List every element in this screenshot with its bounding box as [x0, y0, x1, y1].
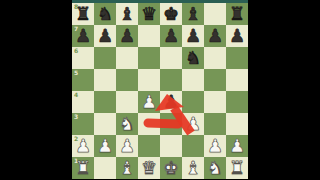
square-a6[interactable]: 6: [72, 47, 94, 69]
white-rook[interactable]: ♜: [72, 157, 94, 179]
square-b3[interactable]: [94, 113, 116, 135]
black-bishop[interactable]: ♝: [182, 3, 204, 25]
white-pawn[interactable]: ♟: [226, 135, 248, 157]
white-pawn[interactable]: ♟: [94, 135, 116, 157]
black-queen[interactable]: ♛: [138, 3, 160, 25]
white-queen[interactable]: ♛: [138, 157, 160, 179]
square-f4[interactable]: [182, 91, 204, 113]
square-h1[interactable]: ♜: [226, 157, 248, 179]
square-c2[interactable]: ♟: [116, 135, 138, 157]
square-e1[interactable]: ♚: [160, 157, 182, 179]
square-e7[interactable]: ♟: [160, 25, 182, 47]
square-a3[interactable]: 3: [72, 113, 94, 135]
square-h3[interactable]: [226, 113, 248, 135]
white-knight[interactable]: ♞: [116, 113, 138, 135]
square-h2[interactable]: ♟: [226, 135, 248, 157]
square-e6[interactable]: [160, 47, 182, 69]
square-h6[interactable]: [226, 47, 248, 69]
square-b5[interactable]: [94, 69, 116, 91]
white-bishop[interactable]: ♝: [182, 157, 204, 179]
black-pawn[interactable]: ♟: [204, 25, 226, 47]
square-g7[interactable]: ♟: [204, 25, 226, 47]
square-h4[interactable]: [226, 91, 248, 113]
white-knight[interactable]: ♞: [204, 157, 226, 179]
square-d6[interactable]: [138, 47, 160, 69]
square-f8[interactable]: ♝: [182, 3, 204, 25]
square-g8[interactable]: [204, 3, 226, 25]
square-d4[interactable]: ♟: [138, 91, 160, 113]
square-a7[interactable]: 7♟: [72, 25, 94, 47]
square-f6[interactable]: ♞: [182, 47, 204, 69]
square-d5[interactable]: [138, 69, 160, 91]
square-a4[interactable]: 4: [72, 91, 94, 113]
square-d7[interactable]: [138, 25, 160, 47]
black-pawn[interactable]: ♟: [160, 91, 182, 113]
black-pawn[interactable]: ♟: [182, 25, 204, 47]
square-a2[interactable]: 2♟: [72, 135, 94, 157]
square-b4[interactable]: [94, 91, 116, 113]
square-f7[interactable]: ♟: [182, 25, 204, 47]
square-c1[interactable]: ♝: [116, 157, 138, 179]
white-pawn[interactable]: ♟: [204, 135, 226, 157]
black-pawn[interactable]: ♟: [94, 25, 116, 47]
white-pawn[interactable]: ♟: [182, 113, 204, 135]
black-rook[interactable]: ♜: [226, 3, 248, 25]
black-pawn[interactable]: ♟: [160, 25, 182, 47]
square-c7[interactable]: ♟: [116, 25, 138, 47]
square-f2[interactable]: [182, 135, 204, 157]
square-d2[interactable]: [138, 135, 160, 157]
black-pawn[interactable]: ♟: [116, 25, 138, 47]
rank-label-6: 6: [74, 47, 78, 54]
black-knight[interactable]: ♞: [94, 3, 116, 25]
square-c6[interactable]: [116, 47, 138, 69]
square-c4[interactable]: [116, 91, 138, 113]
square-f3[interactable]: ♟: [182, 113, 204, 135]
white-rook[interactable]: ♜: [226, 157, 248, 179]
black-bishop[interactable]: ♝: [116, 3, 138, 25]
square-b7[interactable]: ♟: [94, 25, 116, 47]
white-bishop[interactable]: ♝: [116, 157, 138, 179]
rank-label-5: 5: [74, 69, 78, 76]
white-pawn[interactable]: ♟: [138, 91, 160, 113]
black-knight[interactable]: ♞: [182, 47, 204, 69]
square-e4[interactable]: ♟: [160, 91, 182, 113]
square-b6[interactable]: [94, 47, 116, 69]
square-f1[interactable]: ♝: [182, 157, 204, 179]
square-d8[interactable]: ♛: [138, 3, 160, 25]
square-b1[interactable]: [94, 157, 116, 179]
square-b2[interactable]: ♟: [94, 135, 116, 157]
square-c5[interactable]: [116, 69, 138, 91]
square-g3[interactable]: [204, 113, 226, 135]
square-e8[interactable]: ♚: [160, 3, 182, 25]
square-g5[interactable]: [204, 69, 226, 91]
square-a1[interactable]: 1♜: [72, 157, 94, 179]
square-e2[interactable]: [160, 135, 182, 157]
square-g1[interactable]: ♞: [204, 157, 226, 179]
square-h7[interactable]: ♟: [226, 25, 248, 47]
square-c3[interactable]: ♞: [116, 113, 138, 135]
white-pawn[interactable]: ♟: [72, 135, 94, 157]
square-g2[interactable]: ♟: [204, 135, 226, 157]
black-rook[interactable]: ♜: [72, 3, 94, 25]
video-frame: 8♜♞♝♛♚♝♜7♟♟♟♟♟♟♟6♞54♟♟3♞♟2♟♟♟♟♟1♜♝♛♚♝♞♜: [0, 0, 320, 180]
square-d1[interactable]: ♛: [138, 157, 160, 179]
rank-label-4: 4: [74, 91, 78, 98]
square-g4[interactable]: [204, 91, 226, 113]
square-g6[interactable]: [204, 47, 226, 69]
black-pawn[interactable]: ♟: [72, 25, 94, 47]
rank-label-3: 3: [74, 113, 78, 120]
square-b8[interactable]: ♞: [94, 3, 116, 25]
chess-board: 8♜♞♝♛♚♝♜7♟♟♟♟♟♟♟6♞54♟♟3♞♟2♟♟♟♟♟1♜♝♛♚♝♞♜: [72, 0, 248, 180]
square-f5[interactable]: [182, 69, 204, 91]
black-king[interactable]: ♚: [160, 3, 182, 25]
black-pawn[interactable]: ♟: [226, 25, 248, 47]
board-grid: 8♜♞♝♛♚♝♜7♟♟♟♟♟♟♟6♞54♟♟3♞♟2♟♟♟♟♟1♜♝♛♚♝♞♜: [72, 3, 248, 179]
square-a8[interactable]: 8♜: [72, 3, 94, 25]
square-c8[interactable]: ♝: [116, 3, 138, 25]
square-e3[interactable]: [160, 113, 182, 135]
square-d3[interactable]: [138, 113, 160, 135]
white-king[interactable]: ♚: [160, 157, 182, 179]
square-a5[interactable]: 5: [72, 69, 94, 91]
square-e5[interactable]: [160, 69, 182, 91]
white-pawn[interactable]: ♟: [116, 135, 138, 157]
square-h5[interactable]: [226, 69, 248, 91]
square-h8[interactable]: ♜: [226, 3, 248, 25]
